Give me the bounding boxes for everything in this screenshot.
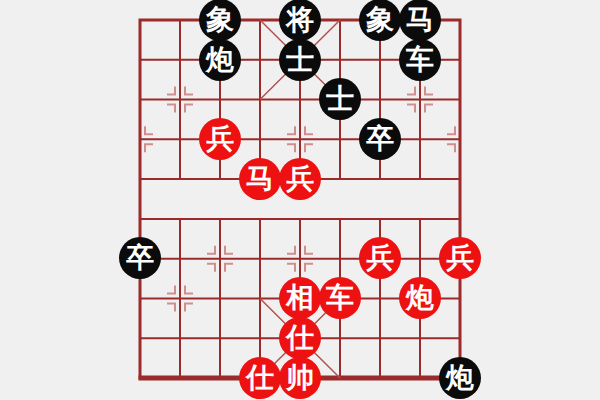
board-point[interactable] — [160, 80, 200, 120]
board-point[interactable] — [240, 40, 280, 80]
board-point[interactable] — [240, 199, 280, 239]
board-point[interactable] — [200, 278, 240, 318]
board-point[interactable]: 相 — [280, 278, 320, 318]
board-point[interactable]: 兵 — [280, 159, 320, 199]
piece-red-advisor[interactable]: 仕 — [279, 317, 321, 359]
board-point[interactable] — [400, 159, 440, 199]
board-point[interactable] — [400, 358, 440, 398]
board-point[interactable]: 兵 — [360, 239, 400, 279]
piece-black-cannon[interactable]: 炮 — [199, 39, 241, 81]
board-point[interactable] — [440, 159, 480, 199]
board-point[interactable]: 炮 — [200, 40, 240, 80]
board-point[interactable] — [440, 119, 480, 159]
board-point[interactable] — [440, 80, 480, 120]
board-point[interactable] — [160, 40, 200, 80]
board-point[interactable]: 士 — [320, 80, 360, 120]
board-point[interactable] — [160, 0, 200, 40]
board-point[interactable]: 马 — [240, 159, 280, 199]
board-point[interactable]: 卒 — [120, 239, 160, 279]
board-point[interactable] — [320, 318, 360, 358]
board-point[interactable]: 象 — [200, 0, 240, 40]
board-point[interactable] — [120, 80, 160, 120]
board-point[interactable] — [120, 119, 160, 159]
piece-black-elephant[interactable]: 象 — [199, 0, 241, 41]
board-point[interactable] — [240, 278, 280, 318]
xiangqi-board: 象将象马炮士车士兵卒马兵卒兵兵相车炮仕仕帅炮 — [120, 0, 480, 398]
piece-red-cannon[interactable]: 炮 — [399, 277, 441, 319]
board-point[interactable]: 帅 — [280, 358, 320, 398]
board-point[interactable]: 炮 — [440, 358, 480, 398]
board-point[interactable] — [200, 358, 240, 398]
board-point[interactable] — [320, 358, 360, 398]
board-point[interactable] — [160, 278, 200, 318]
board-point[interactable] — [240, 239, 280, 279]
board-point[interactable] — [160, 199, 200, 239]
board-point[interactable]: 仕 — [280, 318, 320, 358]
board-point[interactable] — [320, 199, 360, 239]
board-point[interactable] — [400, 80, 440, 120]
board-point[interactable] — [280, 239, 320, 279]
piece-red-horse[interactable]: 马 — [239, 158, 281, 200]
board-point[interactable] — [120, 278, 160, 318]
piece-red-soldier[interactable]: 兵 — [279, 158, 321, 200]
board-point[interactable] — [360, 318, 400, 358]
board-point[interactable] — [440, 318, 480, 358]
board-point[interactable] — [400, 119, 440, 159]
piece-black-elephant[interactable]: 象 — [359, 0, 401, 41]
board-point[interactable] — [360, 159, 400, 199]
board-point[interactable] — [280, 199, 320, 239]
board-point[interactable] — [160, 358, 200, 398]
board-point[interactable] — [160, 318, 200, 358]
piece-black-chariot[interactable]: 车 — [399, 39, 441, 81]
board-point[interactable] — [320, 0, 360, 40]
board-point[interactable] — [320, 119, 360, 159]
piece-red-general[interactable]: 帅 — [279, 357, 321, 399]
board-point[interactable]: 马 — [400, 0, 440, 40]
piece-black-horse[interactable]: 马 — [399, 0, 441, 41]
board-point[interactable] — [360, 80, 400, 120]
board-point[interactable] — [440, 278, 480, 318]
board-point[interactable] — [120, 40, 160, 80]
board-point[interactable] — [120, 199, 160, 239]
piece-red-soldier[interactable]: 兵 — [359, 237, 401, 279]
board-point[interactable] — [360, 199, 400, 239]
board-point[interactable] — [200, 318, 240, 358]
piece-red-soldier[interactable]: 兵 — [199, 118, 241, 160]
piece-red-advisor[interactable]: 仕 — [239, 357, 281, 399]
board-point[interactable] — [320, 159, 360, 199]
piece-black-advisor[interactable]: 士 — [279, 39, 321, 81]
board-point[interactable] — [120, 0, 160, 40]
board-point[interactable] — [440, 0, 480, 40]
piece-black-soldier[interactable]: 卒 — [359, 118, 401, 160]
board-point[interactable] — [440, 199, 480, 239]
board-point[interactable] — [360, 40, 400, 80]
board-point[interactable] — [240, 0, 280, 40]
piece-red-elephant[interactable]: 相 — [279, 277, 321, 319]
board-point[interactable] — [400, 239, 440, 279]
board-point[interactable] — [200, 80, 240, 120]
board-point[interactable] — [440, 40, 480, 80]
board-point[interactable]: 象 — [360, 0, 400, 40]
board-point[interactable]: 士 — [280, 40, 320, 80]
board-point[interactable]: 炮 — [400, 278, 440, 318]
board-point[interactable] — [240, 318, 280, 358]
board-point[interactable] — [160, 239, 200, 279]
board-point[interactable]: 卒 — [360, 119, 400, 159]
piece-black-cannon[interactable]: 炮 — [439, 357, 481, 399]
board-point[interactable] — [120, 159, 160, 199]
board-point[interactable] — [200, 239, 240, 279]
board-point[interactable] — [120, 358, 160, 398]
board-point[interactable] — [200, 199, 240, 239]
board-point[interactable] — [120, 318, 160, 358]
piece-black-soldier[interactable]: 卒 — [119, 237, 161, 279]
board-point[interactable]: 车 — [400, 40, 440, 80]
board-point[interactable] — [360, 278, 400, 318]
board-point[interactable] — [240, 119, 280, 159]
piece-black-general[interactable]: 将 — [279, 0, 321, 41]
board-point[interactable]: 仕 — [240, 358, 280, 398]
board-point[interactable] — [240, 80, 280, 120]
board-point[interactable] — [200, 159, 240, 199]
board-point[interactable] — [280, 80, 320, 120]
board-point[interactable] — [320, 40, 360, 80]
board-point[interactable]: 兵 — [440, 239, 480, 279]
board-point[interactable] — [280, 119, 320, 159]
board-point[interactable]: 兵 — [200, 119, 240, 159]
board-point[interactable] — [400, 318, 440, 358]
board-point[interactable]: 车 — [320, 278, 360, 318]
board-point[interactable]: 将 — [280, 0, 320, 40]
board-point[interactable] — [400, 199, 440, 239]
piece-black-advisor[interactable]: 士 — [319, 78, 361, 120]
board-point[interactable] — [360, 358, 400, 398]
board-point[interactable] — [160, 159, 200, 199]
xiangqi-app: 象将象马炮士车士兵卒马兵卒兵兵相车炮仕仕帅炮 — [0, 0, 600, 400]
piece-red-chariot[interactable]: 车 — [319, 277, 361, 319]
board-point[interactable] — [320, 239, 360, 279]
piece-red-soldier[interactable]: 兵 — [439, 237, 481, 279]
board-point[interactable] — [160, 119, 200, 159]
